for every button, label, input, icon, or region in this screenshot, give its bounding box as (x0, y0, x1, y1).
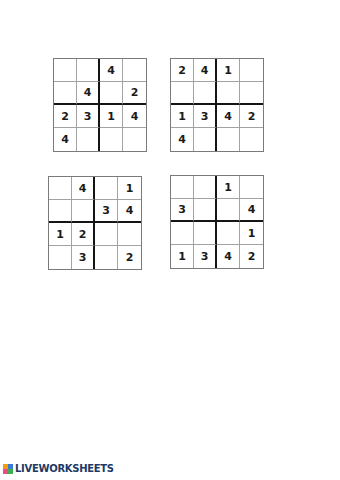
sudoku-cell[interactable] (194, 82, 217, 105)
sudoku-cell: 2 (240, 245, 263, 268)
sudoku-cell[interactable] (194, 199, 217, 222)
sudoku-cell[interactable] (100, 82, 123, 105)
sudoku-cell: 3 (77, 105, 100, 128)
sudoku-cell: 2 (240, 105, 263, 128)
sudoku-cell: 3 (95, 200, 118, 223)
liveworksheets-logo-text: LIVEWORKSHEETS (15, 463, 114, 474)
sudoku-cell: 4 (240, 199, 263, 222)
sudoku-cell[interactable] (194, 222, 217, 245)
sudoku-cell[interactable] (95, 223, 118, 246)
sudoku-cell[interactable] (118, 223, 141, 246)
sudoku-cell[interactable] (171, 222, 194, 245)
sudoku-cell: 1 (100, 105, 123, 128)
sudoku-cell: 4 (54, 128, 77, 151)
sudoku-cell[interactable] (240, 59, 263, 82)
sudoku-cell: 3 (72, 246, 95, 269)
sudoku-cell: 3 (194, 105, 217, 128)
sudoku-cell[interactable] (72, 200, 95, 223)
sudoku-cell[interactable] (100, 128, 123, 151)
sudoku-cell[interactable] (240, 82, 263, 105)
sudoku-cell[interactable] (194, 128, 217, 151)
sudoku-cell[interactable] (217, 199, 240, 222)
sudoku-cell[interactable] (54, 82, 77, 105)
sudoku-cell: 4 (123, 105, 146, 128)
sudoku-grid-1: 44223144 (53, 58, 147, 152)
sudoku-cell[interactable] (217, 82, 240, 105)
worksheet-page: 44223144 24113424 41341232 13411342 LIVE… (0, 0, 340, 480)
sudoku-cell[interactable] (49, 177, 72, 200)
sudoku-cell[interactable] (240, 128, 263, 151)
sudoku-cell: 1 (171, 105, 194, 128)
sudoku-cell[interactable] (77, 128, 100, 151)
sudoku-cell: 2 (171, 59, 194, 82)
sudoku-cell[interactable] (217, 128, 240, 151)
sudoku-cell: 2 (54, 105, 77, 128)
sudoku-cell: 4 (72, 177, 95, 200)
sudoku-cell[interactable] (49, 246, 72, 269)
sudoku-cell[interactable] (77, 59, 100, 82)
sudoku-cell[interactable] (217, 222, 240, 245)
sudoku-cell: 4 (118, 200, 141, 223)
sudoku-grid-3: 41341232 (48, 176, 142, 270)
sudoku-cell: 2 (72, 223, 95, 246)
sudoku-cell[interactable] (123, 128, 146, 151)
sudoku-cell: 1 (217, 59, 240, 82)
sudoku-cell[interactable] (95, 177, 118, 200)
sudoku-cell: 3 (171, 199, 194, 222)
sudoku-cell[interactable] (95, 246, 118, 269)
sudoku-cell[interactable] (49, 200, 72, 223)
sudoku-cell: 2 (123, 82, 146, 105)
sudoku-cell: 4 (194, 59, 217, 82)
sudoku-cell: 4 (171, 128, 194, 151)
sudoku-cell[interactable] (194, 176, 217, 199)
sudoku-grid-4: 13411342 (170, 175, 264, 269)
sudoku-cell: 1 (217, 176, 240, 199)
sudoku-cell: 1 (240, 222, 263, 245)
sudoku-cell: 2 (118, 246, 141, 269)
sudoku-cell[interactable] (171, 176, 194, 199)
sudoku-cell: 4 (77, 82, 100, 105)
sudoku-cell[interactable] (240, 176, 263, 199)
sudoku-cell: 4 (217, 105, 240, 128)
sudoku-cell: 3 (194, 245, 217, 268)
sudoku-cell: 4 (217, 245, 240, 268)
sudoku-cell: 1 (118, 177, 141, 200)
sudoku-cell: 1 (49, 223, 72, 246)
sudoku-cell[interactable] (54, 59, 77, 82)
liveworksheets-logo[interactable]: LIVEWORKSHEETS (3, 463, 114, 474)
sudoku-cell[interactable] (171, 82, 194, 105)
sudoku-cell: 4 (100, 59, 123, 82)
sudoku-cell: 1 (171, 245, 194, 268)
liveworksheets-icon (3, 464, 13, 474)
sudoku-cell[interactable] (123, 59, 146, 82)
sudoku-grid-2: 24113424 (170, 58, 264, 152)
